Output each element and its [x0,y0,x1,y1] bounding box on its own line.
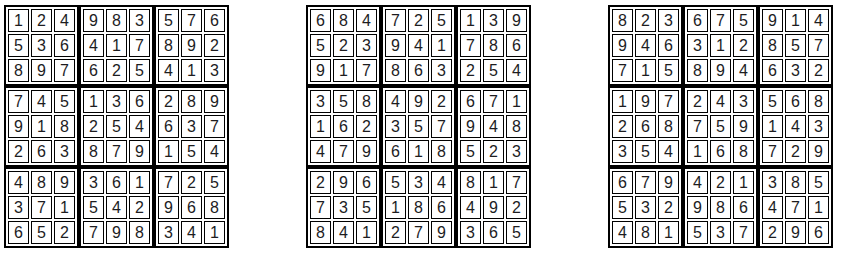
sudoku-cell-r1c7: 9 [762,9,783,32]
sudoku-cell-r5c1: 2 [612,115,633,138]
sudoku-cell-r6c7: 1 [158,140,179,163]
sudoku-cell-r7c5: 3 [408,171,429,194]
sudoku-box: 289637154 [154,86,229,167]
sudoku-cell-r4c7: 6 [460,90,481,113]
sudoku-cell-r5c4: 3 [385,115,406,138]
sudoku-cell-r5c1: 1 [310,115,331,138]
sudoku-cell-r7c2: 8 [31,171,52,194]
sudoku-cell-r8c9: 2 [506,196,527,219]
sudoku-cell-r9c7: 2 [762,221,783,244]
sudoku-cell-r6c4: 6 [385,140,406,163]
sudoku-cell-r9c5: 3 [710,221,731,244]
sudoku-cell-r6c5: 1 [408,140,429,163]
sudoku-cell-r6c8: 5 [181,140,202,163]
sudoku-cell-r9c7: 3 [158,221,179,244]
sudoku-cell-r9c1: 6 [8,221,29,244]
sudoku-cell-r2c4: 9 [385,34,406,57]
sudoku-cell-r2c7: 8 [762,34,783,57]
sudoku-cell-r9c7: 3 [460,221,481,244]
sudoku-cell-r8c8: 7 [785,196,806,219]
sudoku-cell-r9c9: 5 [506,221,527,244]
sudoku-cell-r9c6: 7 [733,221,754,244]
sudoku-cell-r7c7: 3 [762,171,783,194]
sudoku-cell-r3c6: 3 [431,59,452,82]
sudoku-cell-r5c3: 8 [54,115,75,138]
sudoku-cell-r5c3: 2 [356,115,377,138]
sudoku-box: 576892413 [154,5,229,86]
sudoku-cell-r8c7: 4 [460,196,481,219]
sudoku-cell-r2c4: 3 [687,34,708,57]
sudoku-board-3: 8239467156753128949148576321972683542437… [608,5,833,248]
sudoku-cell-r1c6: 5 [431,9,452,32]
sudoku-cell-r4c4: 4 [385,90,406,113]
sudoku-cell-r9c5: 7 [408,221,429,244]
sudoku-box: 489371652 [4,167,79,248]
sudoku-cell-r9c1: 8 [310,221,331,244]
sudoku-box: 725941863 [381,5,456,86]
sudoku-cell-r3c7: 6 [762,59,783,82]
sudoku-cell-r6c4: 1 [687,140,708,163]
sudoku-cell-r6c9: 4 [204,140,225,163]
sudoku-cell-r2c7: 8 [158,34,179,57]
sudoku-cell-r2c3: 6 [658,34,679,57]
sudoku-cell-r1c3: 4 [54,9,75,32]
sudoku-cell-r7c8: 1 [483,171,504,194]
sudoku-box: 671948523 [456,86,531,167]
sudoku-cell-r7c2: 9 [333,171,354,194]
sudoku-cell-r6c8: 2 [785,140,806,163]
sudoku-cell-r3c4: 8 [385,59,406,82]
sudoku-cell-r4c2: 9 [635,90,656,113]
sudoku-cell-r3c1: 8 [8,59,29,82]
sudoku-cell-r4c7: 2 [158,90,179,113]
sudoku-cell-r4c9: 9 [204,90,225,113]
sudoku-cell-r9c9: 6 [808,221,829,244]
sudoku-cell-r8c5: 8 [710,196,731,219]
sudoku-cell-r5c4: 2 [83,115,104,138]
sudoku-cell-r4c4: 2 [687,90,708,113]
sudoku-cell-r8c8: 9 [483,196,504,219]
sudoku-box: 296735841 [306,167,381,248]
sudoku-cell-r5c7: 9 [460,115,481,138]
sudoku-box: 534186279 [381,167,456,248]
sudoku-cell-r5c9: 3 [808,115,829,138]
sudoku-cell-r5c6: 9 [733,115,754,138]
sudoku-cell-r2c4: 4 [83,34,104,57]
sudoku-cell-r1c4: 9 [83,9,104,32]
sudoku-box: 197268354 [608,86,683,167]
sudoku-cell-r9c8: 4 [181,221,202,244]
sudoku-cell-r5c5: 5 [408,115,429,138]
sudoku-cell-r9c2: 8 [635,221,656,244]
sudoku-cell-r9c2: 4 [333,221,354,244]
sudoku-cell-r4c1: 7 [8,90,29,113]
sudoku-cell-r7c2: 7 [635,171,656,194]
sudoku-cell-r3c9: 4 [506,59,527,82]
sudoku-cell-r1c8: 7 [181,9,202,32]
sudoku-box: 675312894 [683,5,758,86]
sudoku-cell-r8c3: 2 [658,196,679,219]
sudoku-cell-r4c8: 8 [181,90,202,113]
sudoku-cell-r8c7: 9 [158,196,179,219]
sudoku-cell-r5c5: 5 [106,115,127,138]
sudoku-cell-r7c4: 3 [83,171,104,194]
sudoku-box: 492357618 [381,86,456,167]
sudoku-cell-r9c2: 5 [31,221,52,244]
sudoku-cell-r9c3: 2 [54,221,75,244]
sudoku-cell-r2c1: 9 [612,34,633,57]
sudoku-cell-r1c4: 7 [385,9,406,32]
sudoku-cell-r4c9: 1 [506,90,527,113]
sudoku-cell-r1c5: 7 [710,9,731,32]
sudoku-cell-r6c5: 6 [710,140,731,163]
sudoku-cell-r2c9: 6 [506,34,527,57]
sudoku-cell-r1c2: 2 [31,9,52,32]
sudoku-cell-r8c4: 5 [83,196,104,219]
sudoku-cell-r5c2: 6 [635,115,656,138]
sudoku-cell-r2c2: 3 [31,34,52,57]
sudoku-cell-r8c8: 6 [181,196,202,219]
sudoku-cell-r6c3: 3 [54,140,75,163]
sudoku-cell-r5c6: 4 [129,115,150,138]
sudoku-cell-r5c8: 4 [785,115,806,138]
sudoku-cell-r1c2: 2 [635,9,656,32]
sudoku-cell-r6c6: 9 [129,140,150,163]
sudoku-cell-r4c6: 6 [129,90,150,113]
sudoku-cell-r7c9: 5 [204,171,225,194]
sudoku-box: 385471296 [758,167,833,248]
sudoku-cell-r1c2: 8 [333,9,354,32]
sudoku-cell-r8c1: 5 [612,196,633,219]
sudoku-cell-r9c3: 1 [658,221,679,244]
sudoku-cell-r3c8: 1 [181,59,202,82]
sudoku-cell-r5c7: 1 [762,115,783,138]
sudoku-cell-r3c5: 9 [710,59,731,82]
sudoku-cell-r5c8: 4 [483,115,504,138]
sudoku-cell-r4c7: 5 [762,90,783,113]
sudoku-cell-r3c1: 7 [612,59,633,82]
sudoku-worksheet: 1245368979834176255768924137459182631362… [0,0,851,254]
sudoku-cell-r2c2: 2 [333,34,354,57]
sudoku-cell-r2c6: 7 [129,34,150,57]
sudoku-cell-r7c1: 6 [612,171,633,194]
sudoku-cell-r6c9: 9 [808,140,829,163]
sudoku-cell-r6c6: 8 [733,140,754,163]
sudoku-cell-r6c5: 7 [106,140,127,163]
sudoku-cell-r1c1: 6 [310,9,331,32]
sudoku-cell-r3c8: 5 [483,59,504,82]
sudoku-cell-r7c1: 4 [8,171,29,194]
sudoku-cell-r5c2: 1 [31,115,52,138]
sudoku-cell-r7c4: 4 [687,171,708,194]
sudoku-cell-r1c9: 4 [808,9,829,32]
sudoku-cell-r1c1: 8 [612,9,633,32]
sudoku-cell-r2c5: 1 [106,34,127,57]
sudoku-cell-r6c3: 4 [658,140,679,163]
sudoku-cell-r5c7: 6 [158,115,179,138]
sudoku-cell-r5c9: 7 [204,115,225,138]
sudoku-cell-r4c9: 8 [808,90,829,113]
sudoku-cell-r1c8: 1 [785,9,806,32]
sudoku-cell-r7c9: 7 [506,171,527,194]
sudoku-cell-r2c9: 2 [204,34,225,57]
sudoku-cell-r8c6: 6 [733,196,754,219]
sudoku-box: 725968341 [154,167,229,248]
sudoku-cell-r3c2: 1 [333,59,354,82]
sudoku-cell-r4c3: 8 [356,90,377,113]
sudoku-cell-r6c9: 3 [506,140,527,163]
sudoku-box: 568143729 [758,86,833,167]
sudoku-cell-r7c5: 2 [710,171,731,194]
sudoku-cell-r8c2: 3 [333,196,354,219]
sudoku-cell-r1c5: 8 [106,9,127,32]
sudoku-cell-r5c4: 7 [687,115,708,138]
sudoku-cell-r9c4: 2 [385,221,406,244]
sudoku-cell-r4c1: 1 [612,90,633,113]
sudoku-cell-r3c6: 4 [733,59,754,82]
sudoku-cell-r9c1: 4 [612,221,633,244]
sudoku-cell-r7c8: 8 [785,171,806,194]
sudoku-cell-r8c3: 5 [356,196,377,219]
sudoku-cell-r8c9: 1 [808,196,829,219]
sudoku-cell-r9c4: 5 [687,221,708,244]
sudoku-cell-r3c4: 6 [83,59,104,82]
sudoku-box: 823946715 [608,5,683,86]
sudoku-cell-r7c6: 1 [733,171,754,194]
sudoku-cell-r6c2: 7 [333,140,354,163]
sudoku-cell-r6c3: 9 [356,140,377,163]
sudoku-cell-r7c5: 6 [106,171,127,194]
sudoku-cell-r1c6: 5 [733,9,754,32]
sudoku-cell-r3c8: 3 [785,59,806,82]
sudoku-cell-r5c1: 9 [8,115,29,138]
sudoku-box: 243759168 [683,86,758,167]
sudoku-cell-r2c7: 7 [460,34,481,57]
sudoku-cell-r7c1: 2 [310,171,331,194]
sudoku-cell-r9c6: 9 [431,221,452,244]
sudoku-box: 914857632 [758,5,833,86]
sudoku-cell-r8c4: 9 [687,196,708,219]
sudoku-cell-r4c8: 6 [785,90,806,113]
sudoku-cell-r2c8: 5 [785,34,806,57]
sudoku-cell-r4c4: 1 [83,90,104,113]
sudoku-cell-r6c2: 5 [635,140,656,163]
sudoku-cell-r1c3: 4 [356,9,377,32]
sudoku-cell-r3c7: 2 [460,59,481,82]
sudoku-cell-r6c7: 7 [762,140,783,163]
sudoku-cell-r2c5: 4 [408,34,429,57]
sudoku-cell-r4c6: 3 [733,90,754,113]
sudoku-cell-r4c5: 3 [106,90,127,113]
sudoku-cell-r1c6: 3 [129,9,150,32]
sudoku-cell-r7c3: 9 [54,171,75,194]
sudoku-cell-r2c8: 8 [483,34,504,57]
sudoku-cell-r6c6: 8 [431,140,452,163]
sudoku-cell-r4c5: 9 [408,90,429,113]
sudoku-cell-r8c7: 4 [762,196,783,219]
sudoku-cell-r1c9: 6 [204,9,225,32]
sudoku-cell-r2c3: 3 [356,34,377,57]
sudoku-box: 139786254 [456,5,531,86]
sudoku-box: 679532481 [608,167,683,248]
sudoku-cell-r5c9: 8 [506,115,527,138]
sudoku-cell-r8c2: 3 [635,196,656,219]
sudoku-cell-r4c2: 5 [333,90,354,113]
sudoku-cell-r4c5: 4 [710,90,731,113]
sudoku-cell-r7c6: 4 [431,171,452,194]
sudoku-cell-r3c1: 9 [310,59,331,82]
sudoku-cell-r7c3: 9 [658,171,679,194]
sudoku-cell-r2c1: 5 [310,34,331,57]
sudoku-cell-r3c5: 2 [106,59,127,82]
sudoku-cell-r2c6: 2 [733,34,754,57]
sudoku-box: 361542798 [79,167,154,248]
sudoku-cell-r7c9: 5 [808,171,829,194]
sudoku-cell-r1c3: 3 [658,9,679,32]
sudoku-cell-r5c2: 6 [333,115,354,138]
sudoku-cell-r9c8: 9 [785,221,806,244]
sudoku-cell-r3c5: 6 [408,59,429,82]
sudoku-cell-r2c2: 4 [635,34,656,57]
sudoku-box: 684523917 [306,5,381,86]
sudoku-cell-r2c8: 9 [181,34,202,57]
sudoku-cell-r6c1: 2 [8,140,29,163]
sudoku-cell-r3c6: 5 [129,59,150,82]
sudoku-cell-r9c4: 7 [83,221,104,244]
sudoku-cell-r3c9: 2 [808,59,829,82]
sudoku-cell-r3c2: 9 [31,59,52,82]
sudoku-cell-r3c3: 7 [54,59,75,82]
sudoku-cell-r4c6: 2 [431,90,452,113]
sudoku-cell-r6c1: 4 [310,140,331,163]
sudoku-cell-r4c3: 5 [54,90,75,113]
sudoku-cell-r7c3: 6 [356,171,377,194]
sudoku-board-2: 6845239177259418631397862543581624794923… [306,5,531,248]
sudoku-cell-r4c2: 4 [31,90,52,113]
sudoku-cell-r2c5: 1 [710,34,731,57]
sudoku-cell-r7c4: 5 [385,171,406,194]
sudoku-box: 136254879 [79,86,154,167]
sudoku-cell-r2c3: 6 [54,34,75,57]
sudoku-cell-r1c1: 1 [8,9,29,32]
sudoku-cell-r4c8: 7 [483,90,504,113]
sudoku-cell-r1c9: 9 [506,9,527,32]
sudoku-cell-r8c5: 8 [408,196,429,219]
sudoku-cell-r7c6: 1 [129,171,150,194]
sudoku-cell-r8c5: 4 [106,196,127,219]
sudoku-cell-r2c1: 5 [8,34,29,57]
sudoku-cell-r8c4: 1 [385,196,406,219]
sudoku-cell-r9c6: 8 [129,221,150,244]
sudoku-cell-r6c4: 8 [83,140,104,163]
sudoku-cell-r3c4: 8 [687,59,708,82]
sudoku-cell-r1c8: 3 [483,9,504,32]
sudoku-cell-r3c7: 4 [158,59,179,82]
sudoku-cell-r4c1: 3 [310,90,331,113]
sudoku-cell-r6c1: 3 [612,140,633,163]
sudoku-cell-r9c9: 1 [204,221,225,244]
sudoku-cell-r2c6: 1 [431,34,452,57]
sudoku-box: 745918263 [4,86,79,167]
sudoku-cell-r8c6: 2 [129,196,150,219]
sudoku-cell-r1c7: 1 [460,9,481,32]
sudoku-cell-r5c8: 3 [181,115,202,138]
sudoku-cell-r1c4: 6 [687,9,708,32]
sudoku-cell-r1c5: 2 [408,9,429,32]
sudoku-cell-r5c5: 5 [710,115,731,138]
sudoku-cell-r6c7: 5 [460,140,481,163]
sudoku-cell-r8c2: 7 [31,196,52,219]
sudoku-box: 124536897 [4,5,79,86]
sudoku-cell-r9c5: 9 [106,221,127,244]
sudoku-cell-r2c9: 7 [808,34,829,57]
sudoku-cell-r6c8: 2 [483,140,504,163]
sudoku-cell-r8c9: 8 [204,196,225,219]
sudoku-cell-r5c6: 7 [431,115,452,138]
sudoku-cell-r6c2: 6 [31,140,52,163]
sudoku-cell-r7c8: 2 [181,171,202,194]
sudoku-cell-r3c2: 1 [635,59,656,82]
sudoku-box: 358162479 [306,86,381,167]
sudoku-cell-r9c8: 6 [483,221,504,244]
sudoku-cell-r1c7: 5 [158,9,179,32]
sudoku-cell-r9c3: 1 [356,221,377,244]
sudoku-cell-r3c9: 3 [204,59,225,82]
sudoku-box: 983417625 [79,5,154,86]
sudoku-cell-r8c3: 1 [54,196,75,219]
sudoku-box: 421986537 [683,167,758,248]
sudoku-box: 817492365 [456,167,531,248]
sudoku-cell-r8c1: 7 [310,196,331,219]
sudoku-board-1: 1245368979834176255768924137459182631362… [4,5,229,248]
sudoku-cell-r7c7: 8 [460,171,481,194]
sudoku-cell-r3c3: 7 [356,59,377,82]
sudoku-cell-r5c3: 8 [658,115,679,138]
sudoku-cell-r4c3: 7 [658,90,679,113]
sudoku-cell-r3c3: 5 [658,59,679,82]
sudoku-cell-r8c1: 3 [8,196,29,219]
sudoku-cell-r8c6: 6 [431,196,452,219]
sudoku-cell-r7c7: 7 [158,171,179,194]
